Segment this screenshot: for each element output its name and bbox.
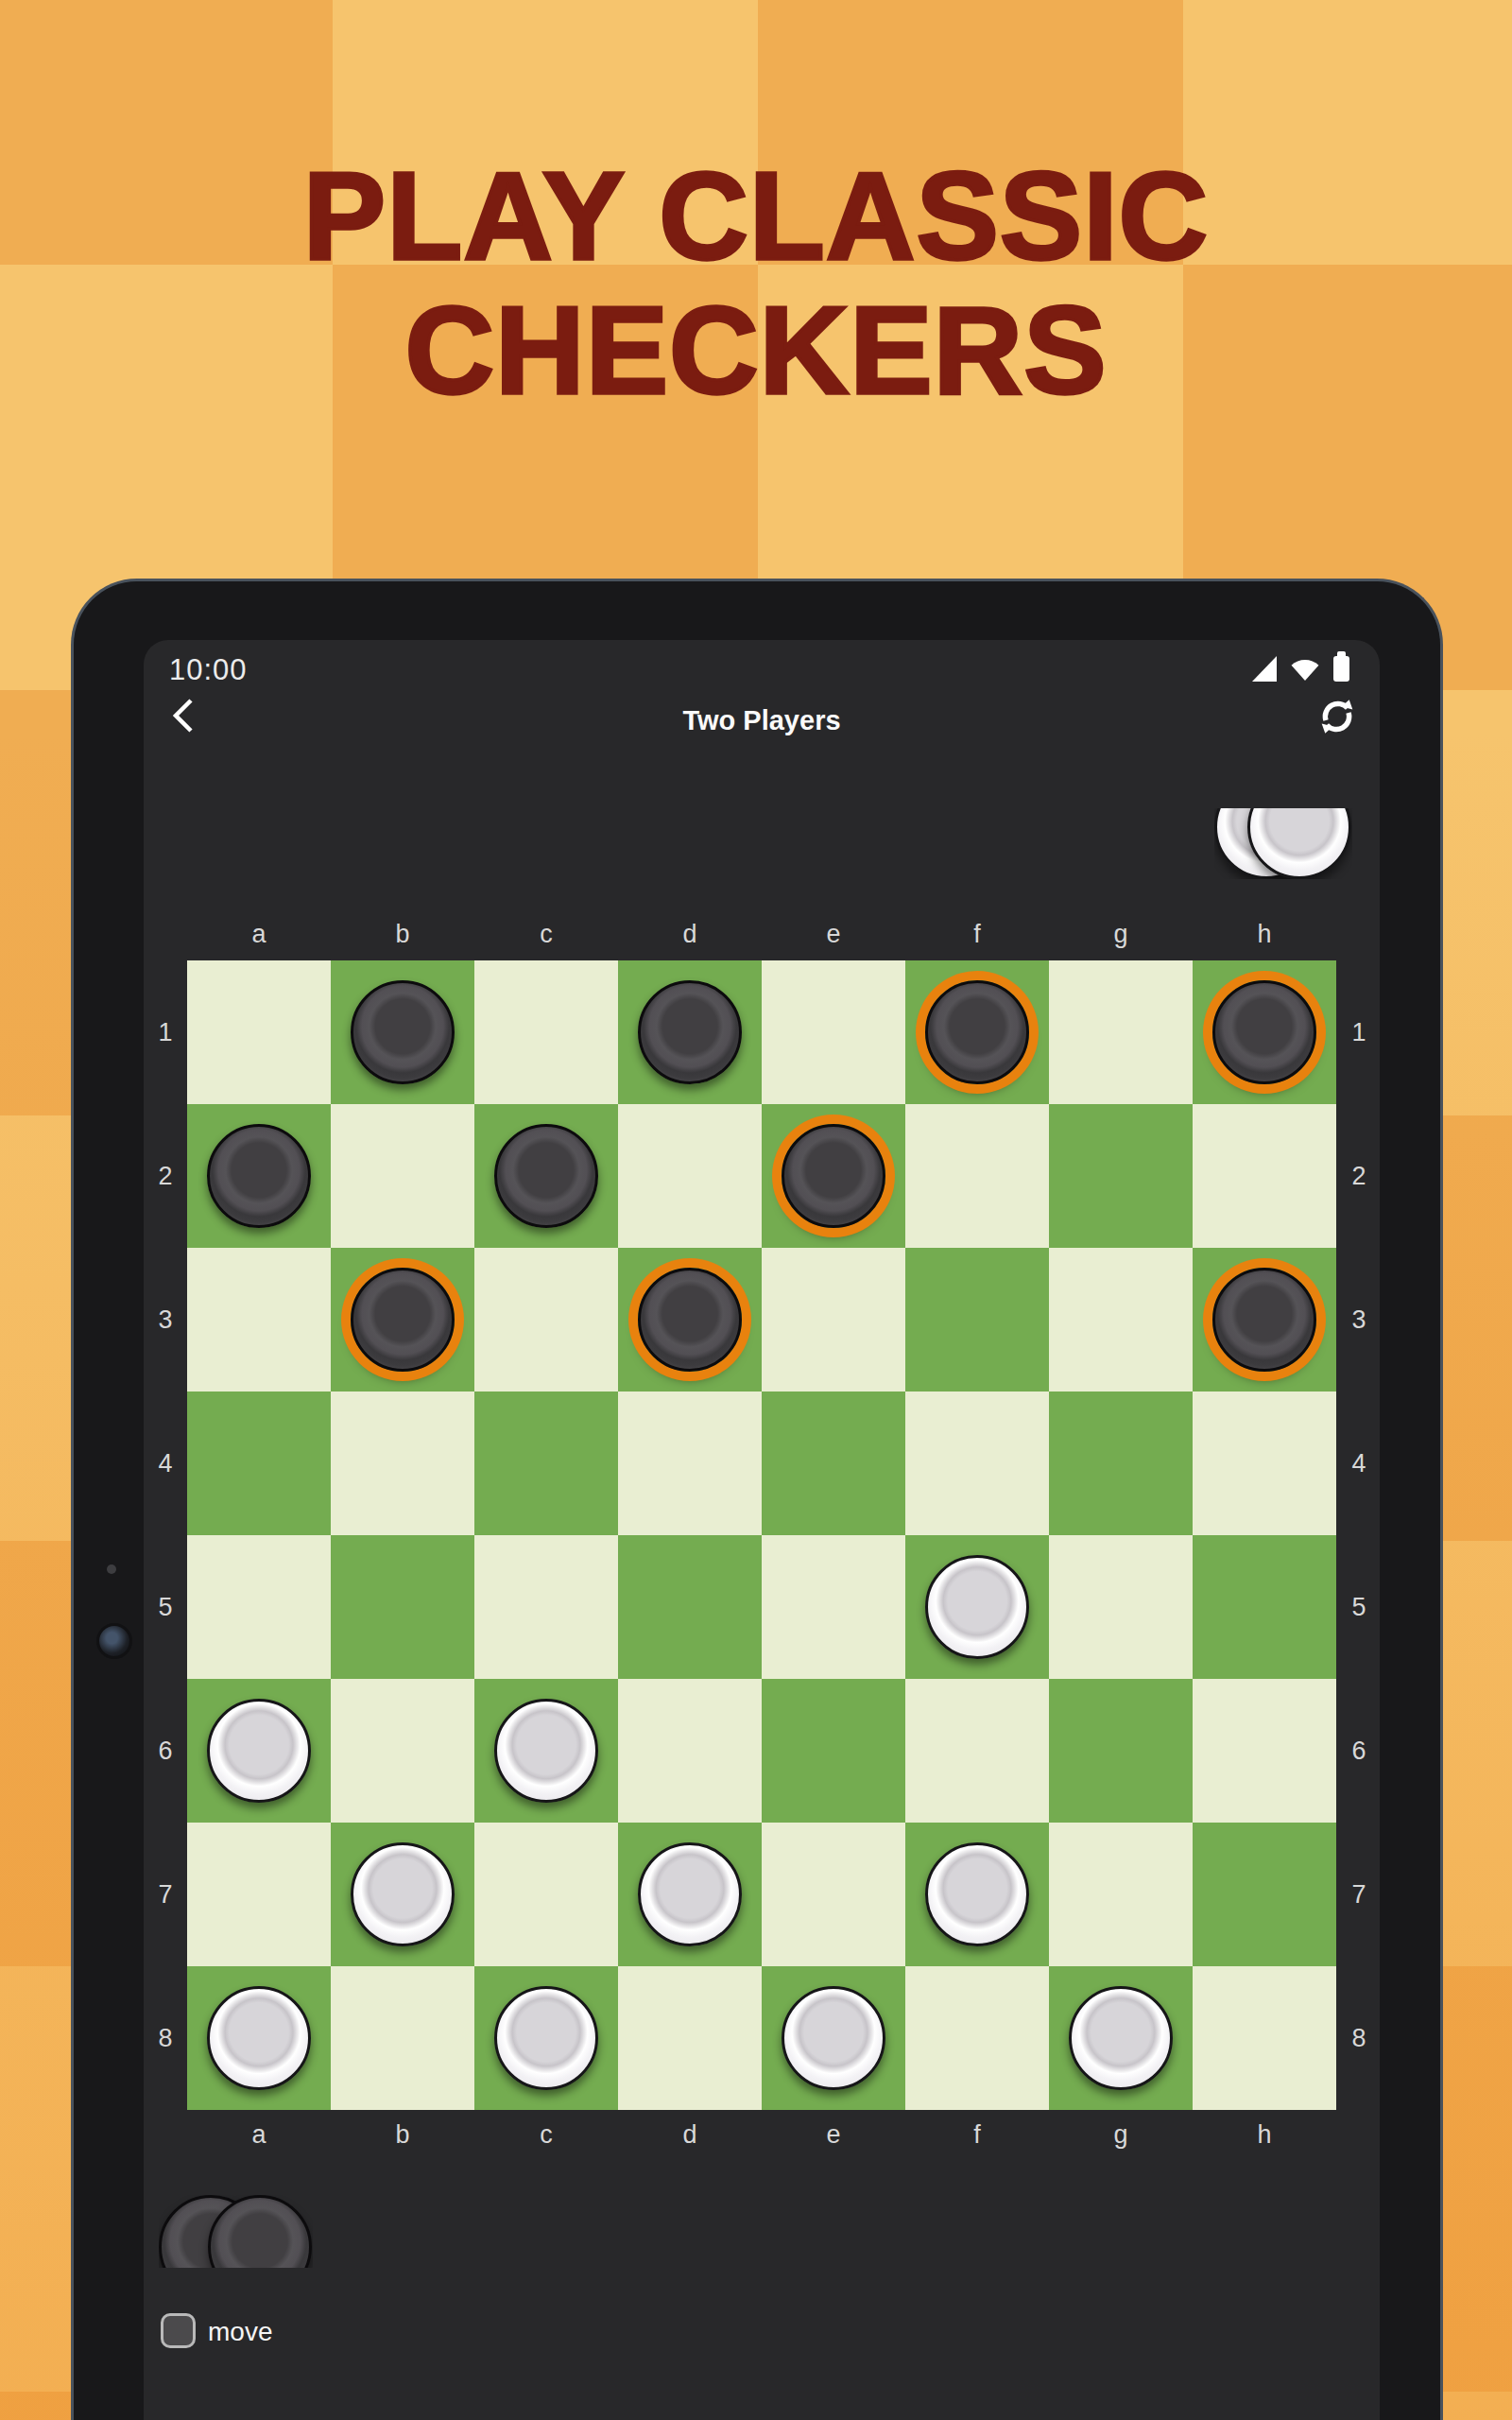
square-d3[interactable] [618,1248,762,1391]
square-a1[interactable] [187,960,331,1104]
rank-label-right-5: 5 [1342,1535,1376,1679]
square-d2[interactable] [618,1104,762,1248]
piece-light-e8[interactable] [782,1986,885,2090]
tablet-device-frame: 10:00 Two Players abcde [71,579,1443,2420]
square-b2[interactable] [331,1104,474,1248]
piece-light-a6[interactable] [207,1699,311,1803]
piece-dark-f1[interactable] [925,980,1029,1084]
square-e6[interactable] [762,1679,905,1823]
piece-dark-d3[interactable] [638,1268,742,1372]
square-c1[interactable] [474,960,618,1104]
rank-label-right-3: 3 [1342,1248,1376,1391]
square-g3[interactable] [1049,1248,1193,1391]
square-a4[interactable] [187,1391,331,1535]
refresh-button[interactable] [1317,697,1357,736]
square-b4[interactable] [331,1391,474,1535]
square-d8[interactable] [618,1966,762,2110]
square-e8[interactable] [762,1966,905,2110]
piece-light-f5[interactable] [925,1555,1029,1659]
square-d1[interactable] [618,960,762,1104]
square-c5[interactable] [474,1535,618,1679]
square-d6[interactable] [618,1679,762,1823]
square-a2[interactable] [187,1104,331,1248]
file-label-top-e: e [762,920,905,949]
piece-dark-d1[interactable] [638,980,742,1084]
square-g1[interactable] [1049,960,1193,1104]
square-g7[interactable] [1049,1823,1193,1966]
square-f8[interactable] [905,1966,1049,2110]
move-checkbox[interactable] [161,2313,196,2348]
square-h4[interactable] [1193,1391,1336,1535]
piece-dark-e2[interactable] [782,1124,885,1228]
square-h2[interactable] [1193,1104,1336,1248]
battery-icon [1333,656,1349,682]
captured-dark-pieces-tray [159,2195,313,2268]
file-label-bottom-b: b [331,2120,474,2150]
rank-label-left-3: 3 [148,1248,182,1391]
square-d5[interactable] [618,1535,762,1679]
rank-label-left-6: 6 [148,1679,182,1823]
square-c4[interactable] [474,1391,618,1535]
status-time: 10:00 [169,653,248,687]
square-c7[interactable] [474,1823,618,1966]
page-title: Two Players [144,705,1380,736]
file-label-top-a: a [187,920,331,949]
square-b8[interactable] [331,1966,474,2110]
rank-label-left-1: 1 [148,960,182,1104]
page: PLAY CLASSIC CHECKERS 10:00 Two Players [0,0,1512,2420]
square-h6[interactable] [1193,1679,1336,1823]
file-labels-top: abcdefgh [187,920,1336,949]
square-g5[interactable] [1049,1535,1193,1679]
piece-dark-h3[interactable] [1212,1268,1316,1372]
piece-dark-b1[interactable] [351,980,455,1084]
square-c8[interactable] [474,1966,618,2110]
rank-label-right-1: 1 [1342,960,1376,1104]
rank-labels-left: 12345678 [148,960,182,2110]
square-e7[interactable] [762,1823,905,1966]
square-e1[interactable] [762,960,905,1104]
square-h8[interactable] [1193,1966,1336,2110]
square-h7[interactable] [1193,1823,1336,1966]
file-label-top-f: f [905,920,1049,949]
square-b7[interactable] [331,1823,474,1966]
square-c6[interactable] [474,1679,618,1823]
headline-line1: PLAY CLASSIC [0,149,1512,284]
file-label-bottom-g: g [1049,2120,1193,2150]
square-b5[interactable] [331,1535,474,1679]
square-a6[interactable] [187,1679,331,1823]
square-e3[interactable] [762,1248,905,1391]
square-b1[interactable] [331,960,474,1104]
square-f6[interactable] [905,1679,1049,1823]
file-label-bottom-f: f [905,2120,1049,2150]
square-h3[interactable] [1193,1248,1336,1391]
captured-light-pieces-tray [1214,808,1352,879]
square-g8[interactable] [1049,1966,1193,2110]
square-a3[interactable] [187,1248,331,1391]
move-checkbox-label: move [208,2313,272,2348]
square-d4[interactable] [618,1391,762,1535]
file-label-bottom-h: h [1193,2120,1336,2150]
front-sensor-dot [107,1564,116,1574]
piece-light-g8[interactable] [1069,1986,1173,2090]
square-h1[interactable] [1193,960,1336,1104]
square-g2[interactable] [1049,1104,1193,1248]
square-a8[interactable] [187,1966,331,2110]
app-screen: 10:00 Two Players abcde [144,640,1380,2420]
rank-label-left-7: 7 [148,1823,182,1966]
rank-label-left-2: 2 [148,1104,182,1248]
front-camera-icon [96,1623,132,1659]
rank-label-left-4: 4 [148,1391,182,1535]
headline-line2: CHECKERS [0,284,1512,418]
rank-labels-right: 12345678 [1342,960,1376,2110]
square-g4[interactable] [1049,1391,1193,1535]
square-b6[interactable] [331,1679,474,1823]
checkers-board [187,960,1336,2110]
square-a5[interactable] [187,1535,331,1679]
square-e5[interactable] [762,1535,905,1679]
file-label-top-c: c [474,920,618,949]
file-label-top-g: g [1049,920,1193,949]
square-f5[interactable] [905,1535,1049,1679]
piece-dark-h1[interactable] [1212,980,1316,1084]
piece-dark-b3[interactable] [351,1268,455,1372]
rank-label-right-8: 8 [1342,1966,1376,2110]
file-label-bottom-e: e [762,2120,905,2150]
square-b3[interactable] [331,1248,474,1391]
square-h5[interactable] [1193,1535,1336,1679]
rank-label-right-6: 6 [1342,1679,1376,1823]
square-f4[interactable] [905,1391,1049,1535]
rank-label-right-7: 7 [1342,1823,1376,1966]
status-icons [1252,651,1349,682]
square-f7[interactable] [905,1823,1049,1966]
file-label-bottom-a: a [187,2120,331,2150]
headline: PLAY CLASSIC CHECKERS [0,149,1512,418]
piece-light-a8[interactable] [207,1986,311,2090]
piece-light-b7[interactable] [351,1842,455,1946]
wifi-icon [1289,656,1321,682]
square-e4[interactable] [762,1391,905,1535]
piece-dark-a2[interactable] [207,1124,311,1228]
square-f1[interactable] [905,960,1049,1104]
piece-dark-c2[interactable] [494,1124,598,1228]
square-f3[interactable] [905,1248,1049,1391]
file-label-top-b: b [331,920,474,949]
rank-label-left-5: 5 [148,1535,182,1679]
piece-light-d7[interactable] [638,1842,742,1946]
piece-light-c8[interactable] [494,1986,598,2090]
piece-light-f7[interactable] [925,1842,1029,1946]
file-label-top-d: d [618,920,762,949]
file-label-bottom-d: d [618,2120,762,2150]
file-label-bottom-c: c [474,2120,618,2150]
piece-light-c6[interactable] [494,1699,598,1803]
rank-label-right-2: 2 [1342,1104,1376,1248]
square-c3[interactable] [474,1248,618,1391]
square-f2[interactable] [905,1104,1049,1248]
square-a7[interactable] [187,1823,331,1966]
rank-label-right-4: 4 [1342,1391,1376,1535]
square-c2[interactable] [474,1104,618,1248]
signal-icon [1252,656,1277,682]
square-d7[interactable] [618,1823,762,1966]
square-g6[interactable] [1049,1679,1193,1823]
file-labels-bottom: abcdefgh [187,2120,1336,2150]
square-e2[interactable] [762,1104,905,1248]
file-label-top-h: h [1193,920,1336,949]
rank-label-left-8: 8 [148,1966,182,2110]
